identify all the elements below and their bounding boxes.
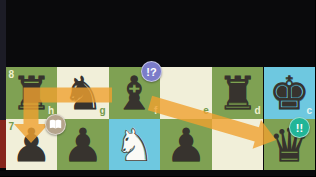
white-knight-outline-f7: ♘: [109, 119, 161, 171]
chess-board[interactable]: ♟6♟♟7♟♞♘♟♛♜8h♞g♝fe♜d♚c !? !!: [0, 0, 315, 176]
open-book-icon: [46, 119, 65, 130]
left-edge-red-strip: [0, 120, 6, 168]
left-edge-background: [0, 0, 6, 120]
book-move-badge: [45, 114, 66, 135]
brilliant-move-badge: !!: [289, 117, 310, 138]
square-h8[interactable]: ♜8h: [6, 67, 58, 119]
square-d8[interactable]: ♜d: [212, 67, 264, 119]
square-e8[interactable]: e: [160, 67, 212, 119]
interesting-move-badge: !?: [141, 61, 162, 82]
square-e7[interactable]: ♟: [160, 119, 212, 171]
bottom-background-bar: [0, 171, 315, 177]
file-label-d: d: [254, 106, 260, 116]
file-label-e: e: [203, 106, 209, 116]
square-f7[interactable]: ♞♘: [109, 119, 161, 171]
rank-label-7: 7: [9, 122, 15, 132]
file-label-c: c: [307, 106, 313, 116]
rank-label-8: 8: [9, 70, 15, 80]
square-g8[interactable]: ♞g: [57, 67, 109, 119]
file-label-f: f: [154, 106, 157, 116]
square-c8[interactable]: ♚c: [264, 67, 316, 119]
square-d7[interactable]: [212, 119, 264, 171]
file-label-g: g: [100, 106, 106, 116]
black-pawn-e7[interactable]: ♟: [160, 119, 212, 171]
